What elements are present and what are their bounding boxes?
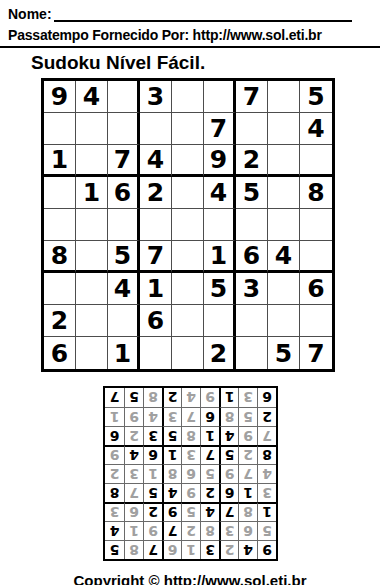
puzzle-cell-r4c7: 5 [236, 177, 268, 209]
puzzle-cell-r9c3: 1 [108, 337, 140, 369]
solution-cell-r3c1: 1 [257, 502, 276, 521]
solution-cell-r3c8: 6 [124, 502, 143, 521]
puzzle-cell-r3c5 [172, 145, 204, 177]
solution-cell-r1c9: 5 [105, 540, 124, 559]
solution-cell-r7c4: 1 [200, 426, 219, 445]
puzzle-cell-r4c6: 4 [204, 177, 236, 209]
solution-cell-r9c3: 1 [219, 388, 238, 407]
puzzle-cell-r5c1 [44, 209, 76, 241]
puzzle-cell-r1c2: 4 [76, 81, 108, 113]
solution-cell-r5c5: 6 [181, 464, 200, 483]
puzzle-cell-r8c3 [108, 305, 140, 337]
puzzle-cell-r1c5 [172, 81, 204, 113]
puzzle-cell-r3c8 [268, 145, 300, 177]
solution-cell-r6c7: 6 [143, 445, 162, 464]
puzzle-cell-r5c9 [300, 209, 332, 241]
solution-cell-r9c8: 5 [124, 388, 143, 407]
solution-cell-r7c5: 8 [181, 426, 200, 445]
puzzle-cell-r3c6: 9 [204, 145, 236, 177]
puzzle-cell-r2c3 [108, 113, 140, 145]
solution-cell-r2c1: 5 [257, 521, 276, 540]
solution-cell-r8c7: 4 [143, 407, 162, 426]
solution-cell-r4c9: 8 [105, 483, 124, 502]
solution-cell-r8c4: 6 [200, 407, 219, 426]
puzzle-cell-r7c4: 1 [140, 273, 172, 305]
puzzle-cell-r9c8: 5 [268, 337, 300, 369]
puzzle-cell-r6c3: 5 [108, 241, 140, 273]
puzzle-cell-r1c6 [204, 81, 236, 113]
puzzle-cell-r8c1: 2 [44, 305, 76, 337]
solution-cell-r5c9: 2 [105, 464, 124, 483]
header-divider [0, 46, 380, 48]
solution-cell-r7c2: 9 [238, 426, 257, 445]
puzzle-cell-r3c2 [76, 145, 108, 177]
solution-cell-r1c4: 3 [200, 540, 219, 559]
solution-cell-r2c4: 8 [200, 521, 219, 540]
solution-cell-r3c7: 2 [143, 502, 162, 521]
puzzle-cell-r1c9: 5 [300, 81, 332, 113]
solution-cell-r2c8: 1 [124, 521, 143, 540]
puzzle-cell-r5c6 [204, 209, 236, 241]
puzzle-cell-r4c2: 1 [76, 177, 108, 209]
puzzle-cell-r7c3: 4 [108, 273, 140, 305]
puzzle-cell-r8c9 [300, 305, 332, 337]
puzzle-cell-r1c1: 9 [44, 81, 76, 113]
puzzle-cell-r2c8 [268, 113, 300, 145]
name-blank-line [54, 7, 352, 22]
solution-area: 9423167855638279141874592633162945784795… [0, 386, 380, 561]
puzzle-cell-r1c3 [108, 81, 140, 113]
solution-cell-r6c9: 9 [105, 445, 124, 464]
solution-cell-r9c4: 9 [200, 388, 219, 407]
puzzle-cell-r9c2 [76, 337, 108, 369]
solution-cell-r2c9: 4 [105, 521, 124, 540]
puzzle-cell-r2c7 [236, 113, 268, 145]
puzzle-cell-r7c5 [172, 273, 204, 305]
solution-cell-r7c3: 4 [219, 426, 238, 445]
sudoku-solution-grid-rotated: 9423167855638279141874592633162945784795… [103, 386, 278, 561]
puzzle-cell-r4c9: 8 [300, 177, 332, 209]
puzzle-cell-r6c1: 8 [44, 241, 76, 273]
puzzle-cell-r6c7: 6 [236, 241, 268, 273]
puzzle-cell-r9c5 [172, 337, 204, 369]
puzzle-cell-r5c5 [172, 209, 204, 241]
solution-cell-r1c5: 1 [181, 540, 200, 559]
puzzle-cell-r9c1: 6 [44, 337, 76, 369]
puzzle-cell-r3c3: 7 [108, 145, 140, 177]
puzzle-cell-r7c8 [268, 273, 300, 305]
solution-cell-r7c1: 7 [257, 426, 276, 445]
solution-cell-r6c8: 4 [124, 445, 143, 464]
puzzle-cell-r3c4: 4 [140, 145, 172, 177]
solution-cell-r1c2: 4 [238, 540, 257, 559]
puzzle-cell-r2c2 [76, 113, 108, 145]
puzzle-cell-r6c4: 7 [140, 241, 172, 273]
solution-cell-r2c2: 6 [238, 521, 257, 540]
solution-cell-r3c6: 9 [162, 502, 181, 521]
solution-cell-r4c7: 5 [143, 483, 162, 502]
puzzle-cell-r6c2 [76, 241, 108, 273]
name-field-row: Nome: [8, 5, 352, 22]
solution-cell-r2c6: 7 [162, 521, 181, 540]
solution-cell-r4c5: 9 [181, 483, 200, 502]
solution-cell-r1c6: 6 [162, 540, 181, 559]
puzzle-cell-r2c6: 7 [204, 113, 236, 145]
puzzle-cell-r9c4 [140, 337, 172, 369]
puzzle-cell-r2c1 [44, 113, 76, 145]
puzzle-cell-r3c7: 2 [236, 145, 268, 177]
puzzle-cell-r2c4 [140, 113, 172, 145]
puzzle-cell-r7c2 [76, 273, 108, 305]
puzzle-cell-r7c1 [44, 273, 76, 305]
puzzle-cell-r9c7 [236, 337, 268, 369]
solution-cell-r9c1: 6 [257, 388, 276, 407]
solution-cell-r5c8: 3 [124, 464, 143, 483]
solution-cell-r3c2: 8 [238, 502, 257, 521]
solution-cell-r8c1: 2 [257, 407, 276, 426]
puzzle-cell-r2c9: 4 [300, 113, 332, 145]
solution-cell-r5c3: 9 [219, 464, 238, 483]
solution-cell-r6c3: 5 [219, 445, 238, 464]
solution-cell-r9c5: 4 [181, 388, 200, 407]
puzzle-cell-r8c5 [172, 305, 204, 337]
puzzle-cell-r1c8 [268, 81, 300, 113]
solution-cell-r4c2: 1 [238, 483, 257, 502]
puzzle-cell-r8c2 [76, 305, 108, 337]
puzzle-cell-r4c1 [44, 177, 76, 209]
sudoku-puzzle-grid: 943757417492162458857164415362661257 [41, 78, 335, 372]
puzzle-cell-r8c6 [204, 305, 236, 337]
solution-cell-r6c2: 2 [238, 445, 257, 464]
solution-cell-r8c8: 9 [124, 407, 143, 426]
puzzle-cell-r8c8 [268, 305, 300, 337]
puzzle-cell-r9c6: 2 [204, 337, 236, 369]
solution-cell-r4c4: 2 [200, 483, 219, 502]
solution-cell-r8c6: 3 [162, 407, 181, 426]
solution-cell-r1c8: 8 [124, 540, 143, 559]
solution-cell-r7c7: 3 [143, 426, 162, 445]
puzzle-cell-r6c6: 1 [204, 241, 236, 273]
puzzle-cell-r4c5 [172, 177, 204, 209]
provider-text: Passatempo Fornecido Por: http://www.sol… [8, 27, 380, 43]
page-title: Sudoku Nível Fácil. [31, 52, 380, 74]
copyright-text: Copyright © http://www.sol.eti.br [0, 572, 380, 585]
solution-cell-r9c2: 3 [238, 388, 257, 407]
solution-cell-r8c9: 1 [105, 407, 124, 426]
solution-cell-r5c2: 7 [238, 464, 257, 483]
puzzle-cell-r4c8 [268, 177, 300, 209]
puzzle-cell-r8c4: 6 [140, 305, 172, 337]
solution-cell-r1c1: 9 [257, 540, 276, 559]
solution-cell-r9c6: 2 [162, 388, 181, 407]
solution-cell-r4c3: 6 [219, 483, 238, 502]
solution-cell-r2c7: 9 [143, 521, 162, 540]
puzzle-cell-r1c7: 7 [236, 81, 268, 113]
puzzle-cell-r1c4: 3 [140, 81, 172, 113]
solution-cell-r7c9: 6 [105, 426, 124, 445]
solution-cell-r8c5: 7 [181, 407, 200, 426]
puzzle-cell-r8c7 [236, 305, 268, 337]
solution-cell-r3c3: 7 [219, 502, 238, 521]
puzzle-cell-r5c3 [108, 209, 140, 241]
puzzle-cell-r3c9 [300, 145, 332, 177]
solution-cell-r1c7: 7 [143, 540, 162, 559]
solution-cell-r4c8: 7 [124, 483, 143, 502]
solution-cell-r3c5: 5 [181, 502, 200, 521]
puzzle-cell-r6c5 [172, 241, 204, 273]
puzzle-cell-r7c9: 6 [300, 273, 332, 305]
puzzle-cell-r7c7: 3 [236, 273, 268, 305]
solution-cell-r5c7: 1 [143, 464, 162, 483]
puzzle-cell-r4c3: 6 [108, 177, 140, 209]
solution-cell-r8c3: 8 [219, 407, 238, 426]
solution-cell-r4c6: 4 [162, 483, 181, 502]
solution-cell-r1c3: 2 [219, 540, 238, 559]
puzzle-cell-r3c1: 1 [44, 145, 76, 177]
puzzle-cell-r2c5 [172, 113, 204, 145]
solution-cell-r7c6: 5 [162, 426, 181, 445]
solution-cell-r5c4: 5 [200, 464, 219, 483]
solution-cell-r6c5: 3 [181, 445, 200, 464]
solution-cell-r3c9: 3 [105, 502, 124, 521]
puzzle-cell-r7c6: 5 [204, 273, 236, 305]
solution-cell-r2c5: 2 [181, 521, 200, 540]
solution-cell-r6c6: 1 [162, 445, 181, 464]
puzzle-cell-r5c8 [268, 209, 300, 241]
puzzle-cell-r4c4: 2 [140, 177, 172, 209]
worksheet-page: Nome: Passatempo Fornecido Por: http://w… [0, 0, 380, 585]
solution-cell-r5c6: 8 [162, 464, 181, 483]
puzzle-cell-r9c9: 7 [300, 337, 332, 369]
solution-cell-r6c4: 7 [200, 445, 219, 464]
solution-cell-r4c1: 3 [257, 483, 276, 502]
puzzle-cell-r5c4 [140, 209, 172, 241]
solution-cell-r6c1: 8 [257, 445, 276, 464]
solution-cell-r9c7: 8 [143, 388, 162, 407]
solution-cell-r3c4: 4 [200, 502, 219, 521]
puzzle-cell-r6c8: 4 [268, 241, 300, 273]
solution-cell-r8c2: 5 [238, 407, 257, 426]
solution-cell-r7c8: 2 [124, 426, 143, 445]
puzzle-cell-r5c2 [76, 209, 108, 241]
solution-cell-r2c3: 3 [219, 521, 238, 540]
solution-cell-r5c1: 4 [257, 464, 276, 483]
solution-cell-r9c9: 7 [105, 388, 124, 407]
puzzle-cell-r6c9 [300, 241, 332, 273]
name-label: Nome: [8, 6, 52, 22]
puzzle-cell-r5c7 [236, 209, 268, 241]
